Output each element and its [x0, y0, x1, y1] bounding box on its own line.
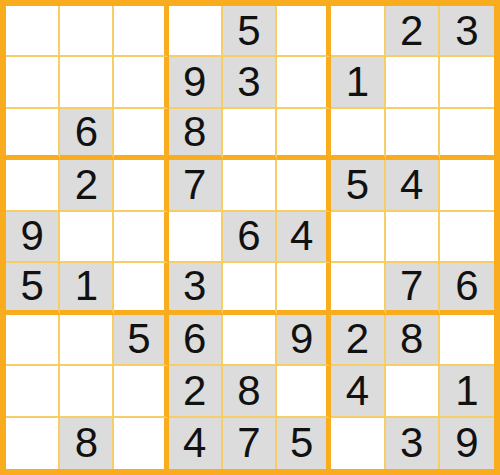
cell-r5c7-empty[interactable] — [331, 212, 385, 263]
cell-r6c1-given[interactable]: 5 — [6, 263, 60, 314]
cell-r9c8-given[interactable]: 3 — [386, 418, 440, 469]
cell-r2c1-empty[interactable] — [6, 57, 60, 108]
cell-r2c9-empty[interactable] — [440, 57, 494, 108]
cell-r9c1-empty[interactable] — [6, 418, 60, 469]
cell-r9c2-given[interactable]: 8 — [60, 418, 114, 469]
cell-r7c3-given[interactable]: 5 — [114, 315, 168, 366]
cell-r1c3-empty[interactable] — [114, 6, 168, 57]
cell-r1c5-given[interactable]: 5 — [223, 6, 277, 57]
cell-r5c3-empty[interactable] — [114, 212, 168, 263]
cell-r5c9-empty[interactable] — [440, 212, 494, 263]
cell-r4c4-given[interactable]: 7 — [169, 160, 223, 211]
cell-r5c8-empty[interactable] — [386, 212, 440, 263]
cell-r1c1-empty[interactable] — [6, 6, 60, 57]
cell-r4c5-empty[interactable] — [223, 160, 277, 211]
cell-r2c7-given[interactable]: 1 — [331, 57, 385, 108]
cell-r8c7-given[interactable]: 4 — [331, 366, 385, 417]
cell-r6c9-given[interactable]: 6 — [440, 263, 494, 314]
cell-r2c2-empty[interactable] — [60, 57, 114, 108]
cell-r7c4-given[interactable]: 6 — [169, 315, 223, 366]
cell-r9c7-empty[interactable] — [331, 418, 385, 469]
cell-r4c1-empty[interactable] — [6, 160, 60, 211]
cell-r8c8-empty[interactable] — [386, 366, 440, 417]
cell-r6c8-given[interactable]: 7 — [386, 263, 440, 314]
cell-r6c5-empty[interactable] — [223, 263, 277, 314]
cell-r8c9-given[interactable]: 1 — [440, 366, 494, 417]
cell-r9c9-given[interactable]: 9 — [440, 418, 494, 469]
cell-r8c1-empty[interactable] — [6, 366, 60, 417]
cell-r4c9-empty[interactable] — [440, 160, 494, 211]
cell-r8c6-empty[interactable] — [277, 366, 331, 417]
cell-r5c2-empty[interactable] — [60, 212, 114, 263]
cell-r6c2-given[interactable]: 1 — [60, 263, 114, 314]
cell-r9c3-empty[interactable] — [114, 418, 168, 469]
cell-r9c4-given[interactable]: 4 — [169, 418, 223, 469]
cell-r1c8-given[interactable]: 2 — [386, 6, 440, 57]
cell-r8c4-given[interactable]: 2 — [169, 366, 223, 417]
cell-r6c7-empty[interactable] — [331, 263, 385, 314]
cell-r3c4-given[interactable]: 8 — [169, 109, 223, 160]
cell-r9c5-given[interactable]: 7 — [223, 418, 277, 469]
cell-r7c2-empty[interactable] — [60, 315, 114, 366]
cell-r1c4-empty[interactable] — [169, 6, 223, 57]
cell-r5c1-given[interactable]: 9 — [6, 212, 60, 263]
cell-r1c7-empty[interactable] — [331, 6, 385, 57]
cell-r8c2-empty[interactable] — [60, 366, 114, 417]
cell-r8c3-empty[interactable] — [114, 366, 168, 417]
cell-r5c4-empty[interactable] — [169, 212, 223, 263]
cell-r4c2-given[interactable]: 2 — [60, 160, 114, 211]
cell-r3c6-empty[interactable] — [277, 109, 331, 160]
cell-r3c7-empty[interactable] — [331, 109, 385, 160]
cell-r5c6-given[interactable]: 4 — [277, 212, 331, 263]
cell-r3c5-empty[interactable] — [223, 109, 277, 160]
cell-r7c7-given[interactable]: 2 — [331, 315, 385, 366]
cell-r9c6-given[interactable]: 5 — [277, 418, 331, 469]
cell-r3c1-empty[interactable] — [6, 109, 60, 160]
cell-r2c8-empty[interactable] — [386, 57, 440, 108]
cell-r3c3-empty[interactable] — [114, 109, 168, 160]
cell-r6c4-given[interactable]: 3 — [169, 263, 223, 314]
cell-r4c6-empty[interactable] — [277, 160, 331, 211]
cell-r4c8-given[interactable]: 4 — [386, 160, 440, 211]
cell-r3c9-empty[interactable] — [440, 109, 494, 160]
cell-r1c9-given[interactable]: 3 — [440, 6, 494, 57]
sudoku-board: 52393168275496451376569282841847539 — [0, 0, 500, 475]
cell-r3c8-empty[interactable] — [386, 109, 440, 160]
cell-r7c1-empty[interactable] — [6, 315, 60, 366]
cell-r2c4-given[interactable]: 9 — [169, 57, 223, 108]
cell-r3c2-given[interactable]: 6 — [60, 109, 114, 160]
cell-r6c3-empty[interactable] — [114, 263, 168, 314]
cell-r8c5-given[interactable]: 8 — [223, 366, 277, 417]
cell-r6c6-empty[interactable] — [277, 263, 331, 314]
cell-r7c6-given[interactable]: 9 — [277, 315, 331, 366]
cell-r4c3-empty[interactable] — [114, 160, 168, 211]
cell-r1c6-empty[interactable] — [277, 6, 331, 57]
cell-r7c5-empty[interactable] — [223, 315, 277, 366]
cell-r7c8-given[interactable]: 8 — [386, 315, 440, 366]
cell-r2c3-empty[interactable] — [114, 57, 168, 108]
cell-r1c2-empty[interactable] — [60, 6, 114, 57]
cell-r2c6-empty[interactable] — [277, 57, 331, 108]
cell-r5c5-given[interactable]: 6 — [223, 212, 277, 263]
cell-r2c5-given[interactable]: 3 — [223, 57, 277, 108]
cell-r4c7-given[interactable]: 5 — [331, 160, 385, 211]
cell-r7c9-empty[interactable] — [440, 315, 494, 366]
